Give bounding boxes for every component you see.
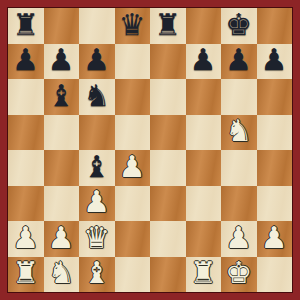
square-d6[interactable] [115, 79, 151, 115]
piece-black-pawn: ♟ [48, 45, 75, 75]
piece-black-pawn: ♟ [225, 45, 252, 75]
square-a8[interactable]: ♜ [8, 8, 44, 44]
piece-black-bishop: ♝ [83, 152, 110, 182]
piece-white-knight: ♞ [48, 258, 75, 288]
square-b2[interactable]: ♟ [44, 221, 80, 257]
square-f7[interactable]: ♟ [186, 44, 222, 80]
square-b8[interactable] [44, 8, 80, 44]
square-d2[interactable] [115, 221, 151, 257]
square-a1[interactable]: ♜ [8, 257, 44, 293]
square-c1[interactable]: ♝ [79, 257, 115, 293]
square-d1[interactable] [115, 257, 151, 293]
piece-white-knight: ♞ [225, 116, 252, 146]
piece-black-pawn: ♟ [83, 45, 110, 75]
square-a5[interactable] [8, 115, 44, 151]
piece-black-bishop: ♝ [48, 81, 75, 111]
square-f2[interactable] [186, 221, 222, 257]
piece-white-pawn: ♟ [261, 223, 288, 253]
square-f6[interactable] [186, 79, 222, 115]
square-d8[interactable]: ♛ [115, 8, 151, 44]
square-b1[interactable]: ♞ [44, 257, 80, 293]
square-e7[interactable] [150, 44, 186, 80]
square-g6[interactable] [221, 79, 257, 115]
square-b7[interactable]: ♟ [44, 44, 80, 80]
square-b4[interactable] [44, 150, 80, 186]
square-g8[interactable]: ♚ [221, 8, 257, 44]
square-f1[interactable]: ♜ [186, 257, 222, 293]
piece-white-rook: ♜ [190, 258, 217, 288]
square-g7[interactable]: ♟ [221, 44, 257, 80]
piece-black-pawn: ♟ [190, 45, 217, 75]
square-g4[interactable] [221, 150, 257, 186]
square-g5[interactable]: ♞ [221, 115, 257, 151]
square-g3[interactable] [221, 186, 257, 222]
square-f3[interactable] [186, 186, 222, 222]
square-c4[interactable]: ♝ [79, 150, 115, 186]
square-f8[interactable] [186, 8, 222, 44]
square-a3[interactable] [8, 186, 44, 222]
square-a6[interactable] [8, 79, 44, 115]
square-d3[interactable] [115, 186, 151, 222]
piece-white-bishop: ♝ [83, 258, 110, 288]
chess-board-frame: ♜♛♜♚♟♟♟♟♟♟♝♞♞♝♟♟♟♟♛♟♟♜♞♝♜♚ [0, 0, 300, 300]
square-h5[interactable] [257, 115, 293, 151]
square-c5[interactable] [79, 115, 115, 151]
square-g2[interactable]: ♟ [221, 221, 257, 257]
piece-white-king: ♚ [225, 258, 252, 288]
piece-black-knight: ♞ [83, 81, 110, 111]
square-b5[interactable] [44, 115, 80, 151]
square-b6[interactable]: ♝ [44, 79, 80, 115]
square-d5[interactable] [115, 115, 151, 151]
square-g1[interactable]: ♚ [221, 257, 257, 293]
square-e2[interactable] [150, 221, 186, 257]
square-e1[interactable] [150, 257, 186, 293]
square-h2[interactable]: ♟ [257, 221, 293, 257]
piece-white-pawn: ♟ [225, 223, 252, 253]
piece-white-pawn: ♟ [119, 152, 146, 182]
square-d4[interactable]: ♟ [115, 150, 151, 186]
square-e3[interactable] [150, 186, 186, 222]
square-e4[interactable] [150, 150, 186, 186]
piece-white-pawn: ♟ [12, 223, 39, 253]
square-h6[interactable] [257, 79, 293, 115]
chess-board: ♜♛♜♚♟♟♟♟♟♟♝♞♞♝♟♟♟♟♛♟♟♜♞♝♜♚ [7, 7, 293, 293]
square-d7[interactable] [115, 44, 151, 80]
square-c2[interactable]: ♛ [79, 221, 115, 257]
square-c3[interactable]: ♟ [79, 186, 115, 222]
piece-black-rook: ♜ [154, 10, 181, 40]
piece-black-pawn: ♟ [12, 45, 39, 75]
piece-white-queen: ♛ [83, 223, 110, 253]
square-a7[interactable]: ♟ [8, 44, 44, 80]
square-f5[interactable] [186, 115, 222, 151]
piece-black-queen: ♛ [119, 10, 146, 40]
piece-white-pawn: ♟ [83, 187, 110, 217]
square-c6[interactable]: ♞ [79, 79, 115, 115]
square-a2[interactable]: ♟ [8, 221, 44, 257]
piece-black-pawn: ♟ [261, 45, 288, 75]
square-e5[interactable] [150, 115, 186, 151]
square-h3[interactable] [257, 186, 293, 222]
square-h1[interactable] [257, 257, 293, 293]
piece-white-rook: ♜ [12, 258, 39, 288]
square-c7[interactable]: ♟ [79, 44, 115, 80]
square-b3[interactable] [44, 186, 80, 222]
square-h8[interactable] [257, 8, 293, 44]
square-h4[interactable] [257, 150, 293, 186]
piece-black-rook: ♜ [12, 10, 39, 40]
square-e6[interactable] [150, 79, 186, 115]
piece-white-pawn: ♟ [48, 223, 75, 253]
square-a4[interactable] [8, 150, 44, 186]
square-f4[interactable] [186, 150, 222, 186]
square-h7[interactable]: ♟ [257, 44, 293, 80]
square-c8[interactable] [79, 8, 115, 44]
piece-black-king: ♚ [225, 10, 252, 40]
square-e8[interactable]: ♜ [150, 8, 186, 44]
